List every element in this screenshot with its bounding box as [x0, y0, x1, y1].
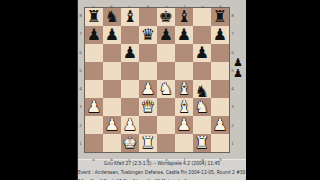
black-bishop-f8: ♝ — [177, 9, 191, 25]
square-d7[interactable]: ♛ — [139, 26, 157, 44]
black-rook-a8: ♜ — [87, 9, 101, 25]
rank-label-1-right: 1 — [230, 135, 246, 153]
black-bishop-c8: ♝ — [123, 9, 137, 25]
square-c7[interactable] — [121, 26, 139, 44]
square-g7[interactable] — [193, 26, 211, 44]
square-c1[interactable]: ♚ — [121, 134, 139, 152]
square-b8[interactable]: ♞ — [103, 8, 121, 26]
square-h8[interactable]: ♜ — [211, 8, 229, 26]
chess-app-area: abcdefgh 87654321 ♜♞♝♚♝♜♟♟♛♟♟♟♟♟♟♞♝♞♟♛♝♞… — [78, 0, 246, 180]
white-pawn-b2: ♟ — [105, 117, 119, 133]
black-pawn-h7: ♟ — [213, 27, 227, 43]
white-pawn-d4: ♟ — [141, 81, 155, 97]
rank-label-7-right: 7 — [230, 25, 246, 43]
square-c5[interactable] — [121, 62, 139, 80]
square-h2[interactable]: ♟ — [211, 116, 229, 134]
file-labels-top: abcdefgh — [78, 0, 246, 7]
square-h6[interactable] — [211, 44, 229, 62]
square-c8[interactable]: ♝ — [121, 8, 139, 26]
square-a7[interactable]: ♟ — [85, 26, 103, 44]
square-g6[interactable]: ♟ — [193, 44, 211, 62]
square-d2[interactable] — [139, 116, 157, 134]
move-info: 14 ... Nxg4 Next: 15.Nxg4 Length: 30 Mat… — [78, 179, 246, 180]
square-e8[interactable]: ♚ — [157, 8, 175, 26]
rank-labels-right: ♟♟ 87654321 — [230, 7, 246, 153]
square-g5[interactable] — [193, 62, 211, 80]
square-c6[interactable]: ♟ — [121, 44, 139, 62]
square-e3[interactable] — [157, 98, 175, 116]
white-rook-g1: ♜ — [195, 135, 209, 151]
square-a3[interactable]: ♟ — [85, 98, 103, 116]
square-d8[interactable] — [139, 8, 157, 26]
square-g2[interactable] — [193, 116, 211, 134]
square-e7[interactable]: ♟ — [157, 26, 175, 44]
square-e5[interactable] — [157, 62, 175, 80]
black-king-e8: ♚ — [159, 9, 173, 25]
rank-label-3-right: 3 — [230, 98, 246, 116]
square-f4[interactable]: ♝ — [175, 80, 193, 98]
square-e6[interactable] — [157, 44, 175, 62]
captured-pieces-tray: ♟♟ — [233, 57, 243, 79]
white-bishop-f4: ♝ — [177, 81, 191, 97]
square-b5[interactable] — [103, 62, 121, 80]
square-f3[interactable]: ♝ — [175, 98, 193, 116]
rank-label-4-right: 4 — [230, 80, 246, 98]
square-a6[interactable] — [85, 44, 103, 62]
square-a4[interactable] — [85, 80, 103, 98]
square-b7[interactable]: ♟ — [103, 26, 121, 44]
white-knight-g3: ♞ — [195, 99, 209, 115]
black-rook-h8: ♜ — [213, 9, 227, 25]
square-e2[interactable] — [157, 116, 175, 134]
square-b6[interactable] — [103, 44, 121, 62]
square-a1[interactable] — [85, 134, 103, 152]
black-pawn-b7: ♟ — [105, 27, 119, 43]
square-b4[interactable] — [103, 80, 121, 98]
left-letterbox-bar — [0, 0, 78, 180]
white-king-c1: ♚ — [123, 135, 137, 151]
square-g3[interactable]: ♞ — [193, 98, 211, 116]
board-row: 87654321 ♜♞♝♚♝♜♟♟♛♟♟♟♟♟♟♞♝♞♟♛♝♞♟♟♟♟♚♜♜ ♟… — [78, 7, 246, 153]
black-knight-b8: ♞ — [105, 9, 119, 25]
square-d5[interactable] — [139, 62, 157, 80]
square-h7[interactable]: ♟ — [211, 26, 229, 44]
black-pawn-c6: ♟ — [123, 45, 137, 61]
event-info: Event : Anderssen, Tuebingen Defense, Ca… — [78, 170, 246, 175]
square-g4[interactable]: ♞ — [193, 80, 211, 98]
right-letterbox-bar — [246, 0, 320, 180]
square-h1[interactable] — [211, 134, 229, 152]
white-rook-d1: ♜ — [141, 135, 155, 151]
square-f5[interactable] — [175, 62, 193, 80]
square-b1[interactable] — [103, 134, 121, 152]
square-b2[interactable]: ♟ — [103, 116, 121, 134]
video-frame: abcdefgh 87654321 ♜♞♝♚♝♜♟♟♛♟♟♟♟♟♟♞♝♞♟♛♝♞… — [0, 0, 320, 180]
black-pawn-icon: ♟ — [233, 68, 243, 79]
white-pawn-f2: ♟ — [177, 117, 191, 133]
square-a2[interactable] — [85, 116, 103, 134]
square-d4[interactable]: ♟ — [139, 80, 157, 98]
black-pawn-g6: ♟ — [195, 45, 209, 61]
white-pawn-c2: ♟ — [123, 117, 137, 133]
square-h3[interactable] — [211, 98, 229, 116]
square-d6[interactable] — [139, 44, 157, 62]
square-d3[interactable]: ♛ — [139, 98, 157, 116]
square-a8[interactable]: ♜ — [85, 8, 103, 26]
square-g1[interactable]: ♜ — [193, 134, 211, 152]
square-f7[interactable]: ♟ — [175, 26, 193, 44]
square-e4[interactable]: ♞ — [157, 80, 175, 98]
square-b3[interactable] — [103, 98, 121, 116]
white-pawn-a3: ♟ — [87, 99, 101, 115]
white-knight-e4: ♞ — [159, 81, 173, 97]
players-title: Gou Kfait 27 (2.5-1.5) -- Wordspiele 4.2… — [78, 161, 246, 166]
white-bishop-f3: ♝ — [177, 99, 191, 115]
square-d1[interactable]: ♜ — [139, 134, 157, 152]
square-h4[interactable] — [211, 80, 229, 98]
square-e1[interactable] — [157, 134, 175, 152]
square-f8[interactable]: ♝ — [175, 8, 193, 26]
square-c4[interactable] — [121, 80, 139, 98]
square-f6[interactable] — [175, 44, 193, 62]
rank-label-8-right: 8 — [230, 7, 246, 25]
black-pawn-f7: ♟ — [177, 27, 191, 43]
square-c2[interactable]: ♟ — [121, 116, 139, 134]
rank-label-2-right: 2 — [230, 117, 246, 135]
square-g8[interactable] — [193, 8, 211, 26]
black-queen-d7: ♛ — [141, 27, 155, 43]
square-h5[interactable] — [211, 62, 229, 80]
black-pawn-a7: ♟ — [87, 27, 101, 43]
square-f1[interactable] — [175, 134, 193, 152]
game-info-panel: Gou Kfait 27 (2.5-1.5) -- Wordspiele 4.2… — [78, 159, 246, 180]
white-pawn-h2: ♟ — [213, 117, 227, 133]
white-queen-d3: ♛ — [141, 99, 155, 115]
black-pawn-e7: ♟ — [159, 27, 173, 43]
square-c3[interactable] — [121, 98, 139, 116]
chess-board: ♜♞♝♚♝♜♟♟♛♟♟♟♟♟♟♞♝♞♟♛♝♞♟♟♟♟♚♜♜ — [84, 7, 230, 153]
square-a5[interactable] — [85, 62, 103, 80]
square-f2[interactable]: ♟ — [175, 116, 193, 134]
